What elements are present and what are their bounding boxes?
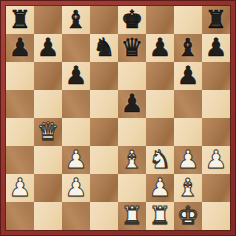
square-a4[interactable]: [6, 118, 34, 146]
square-b7[interactable]: ♟: [34, 34, 62, 62]
square-e5[interactable]: ♟: [118, 90, 146, 118]
square-a5[interactable]: [6, 90, 34, 118]
square-h1[interactable]: [202, 202, 230, 230]
square-c5[interactable]: [62, 90, 90, 118]
square-c1[interactable]: [62, 202, 90, 230]
square-g3[interactable]: ♟: [174, 146, 202, 174]
square-g1[interactable]: ♚: [174, 202, 202, 230]
piece-white-pawn[interactable]: ♟: [62, 146, 90, 174]
square-b3[interactable]: [34, 146, 62, 174]
square-g5[interactable]: [174, 90, 202, 118]
square-f8[interactable]: [146, 6, 174, 34]
square-c3[interactable]: ♟: [62, 146, 90, 174]
piece-white-knight[interactable]: ♞: [146, 146, 174, 174]
piece-white-bishop[interactable]: ♝: [174, 174, 202, 202]
piece-white-pawn[interactable]: ♟: [6, 174, 34, 202]
square-h7[interactable]: ♟: [202, 34, 230, 62]
square-f3[interactable]: ♞: [146, 146, 174, 174]
square-e6[interactable]: [118, 62, 146, 90]
piece-black-pawn[interactable]: ♟: [62, 62, 90, 90]
piece-black-bishop[interactable]: ♝: [62, 6, 90, 34]
square-b5[interactable]: [34, 90, 62, 118]
chess-board-frame: ♜♝♚♜♟♟♞♛♟♝♟♟♟♟♛♟♝♞♟♟♟♟♟♝♜♜♚: [0, 0, 236, 236]
square-h4[interactable]: [202, 118, 230, 146]
chess-board: ♜♝♚♜♟♟♞♛♟♝♟♟♟♟♛♟♝♞♟♟♟♟♟♝♜♜♚: [6, 6, 230, 230]
square-e2[interactable]: [118, 174, 146, 202]
piece-white-pawn[interactable]: ♟: [202, 146, 230, 174]
square-a7[interactable]: ♟: [6, 34, 34, 62]
square-c4[interactable]: [62, 118, 90, 146]
square-d5[interactable]: [90, 90, 118, 118]
piece-black-bishop[interactable]: ♝: [174, 34, 202, 62]
square-d7[interactable]: ♞: [90, 34, 118, 62]
square-g7[interactable]: ♝: [174, 34, 202, 62]
piece-black-knight[interactable]: ♞: [90, 34, 118, 62]
square-c7[interactable]: [62, 34, 90, 62]
square-f7[interactable]: ♟: [146, 34, 174, 62]
piece-black-pawn[interactable]: ♟: [174, 62, 202, 90]
square-a6[interactable]: [6, 62, 34, 90]
square-b4[interactable]: ♛: [34, 118, 62, 146]
square-f4[interactable]: [146, 118, 174, 146]
square-g8[interactable]: [174, 6, 202, 34]
square-h5[interactable]: [202, 90, 230, 118]
piece-black-pawn[interactable]: ♟: [202, 34, 230, 62]
piece-black-pawn[interactable]: ♟: [118, 90, 146, 118]
square-d8[interactable]: [90, 6, 118, 34]
square-c6[interactable]: ♟: [62, 62, 90, 90]
piece-black-rook[interactable]: ♜: [6, 6, 34, 34]
square-e8[interactable]: ♚: [118, 6, 146, 34]
square-a1[interactable]: [6, 202, 34, 230]
square-g6[interactable]: ♟: [174, 62, 202, 90]
square-a8[interactable]: ♜: [6, 6, 34, 34]
piece-black-king[interactable]: ♚: [118, 6, 146, 34]
square-d2[interactable]: [90, 174, 118, 202]
square-f2[interactable]: ♟: [146, 174, 174, 202]
square-h8[interactable]: ♜: [202, 6, 230, 34]
square-g4[interactable]: [174, 118, 202, 146]
piece-white-queen[interactable]: ♛: [34, 118, 62, 146]
square-b1[interactable]: [34, 202, 62, 230]
piece-white-bishop[interactable]: ♝: [118, 146, 146, 174]
square-f5[interactable]: [146, 90, 174, 118]
square-h2[interactable]: [202, 174, 230, 202]
piece-white-rook[interactable]: ♜: [118, 202, 146, 230]
square-a2[interactable]: ♟: [6, 174, 34, 202]
square-e7[interactable]: ♛: [118, 34, 146, 62]
piece-white-pawn[interactable]: ♟: [146, 174, 174, 202]
square-a3[interactable]: [6, 146, 34, 174]
piece-white-king[interactable]: ♚: [174, 202, 202, 230]
square-h6[interactable]: [202, 62, 230, 90]
square-f1[interactable]: ♜: [146, 202, 174, 230]
piece-black-pawn[interactable]: ♟: [6, 34, 34, 62]
square-b6[interactable]: [34, 62, 62, 90]
square-c2[interactable]: ♟: [62, 174, 90, 202]
piece-black-pawn[interactable]: ♟: [34, 34, 62, 62]
square-b8[interactable]: [34, 6, 62, 34]
piece-black-queen[interactable]: ♛: [118, 34, 146, 62]
piece-black-rook[interactable]: ♜: [202, 6, 230, 34]
square-d6[interactable]: [90, 62, 118, 90]
square-d1[interactable]: [90, 202, 118, 230]
square-e4[interactable]: [118, 118, 146, 146]
piece-black-pawn[interactable]: ♟: [146, 34, 174, 62]
square-f6[interactable]: [146, 62, 174, 90]
piece-white-pawn[interactable]: ♟: [174, 146, 202, 174]
square-h3[interactable]: ♟: [202, 146, 230, 174]
piece-white-rook[interactable]: ♜: [146, 202, 174, 230]
square-d3[interactable]: [90, 146, 118, 174]
square-c8[interactable]: ♝: [62, 6, 90, 34]
square-b2[interactable]: [34, 174, 62, 202]
square-e3[interactable]: ♝: [118, 146, 146, 174]
square-g2[interactable]: ♝: [174, 174, 202, 202]
square-e1[interactable]: ♜: [118, 202, 146, 230]
square-d4[interactable]: [90, 118, 118, 146]
piece-white-pawn[interactable]: ♟: [62, 174, 90, 202]
